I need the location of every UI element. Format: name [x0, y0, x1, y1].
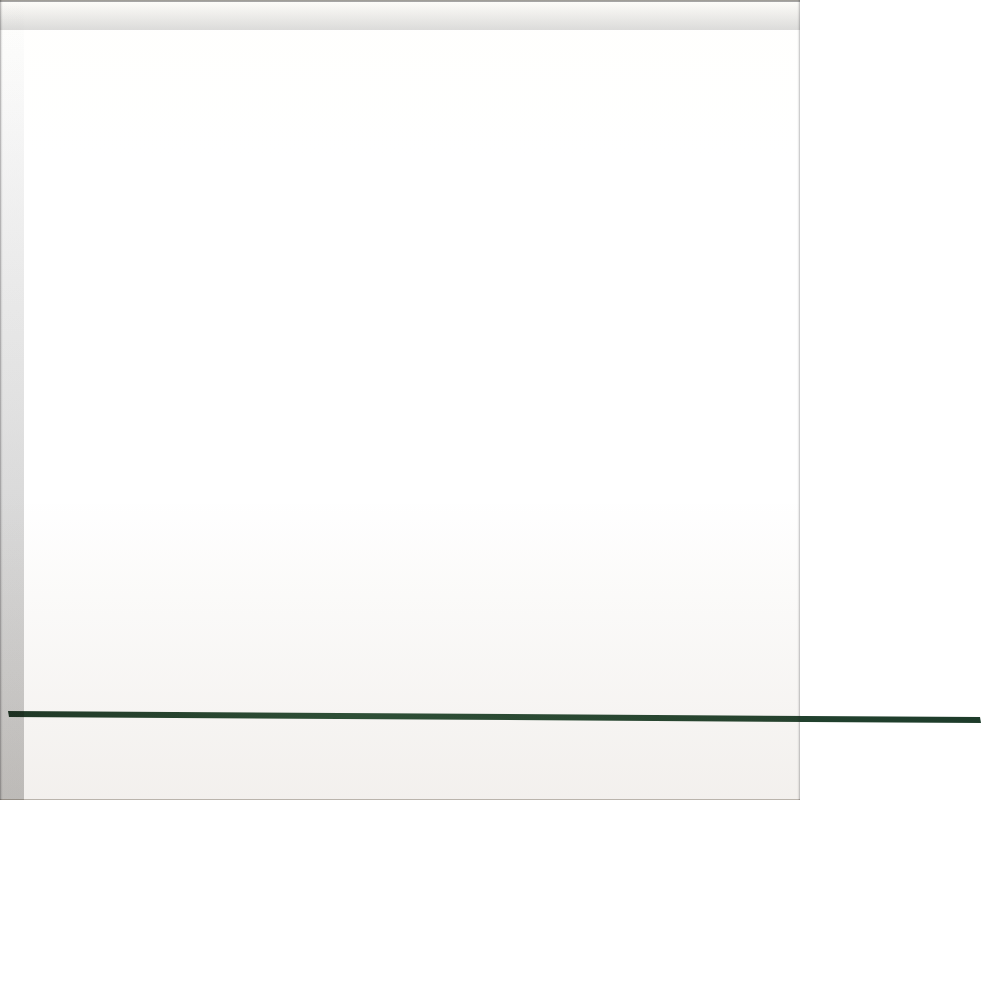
chessboard: [0, 0, 800, 800]
product-photo: [0, 0, 990, 990]
